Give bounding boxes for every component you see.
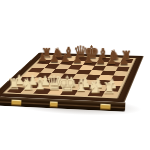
brass-hinge-right: [100, 104, 110, 110]
brass-clasp: [50, 101, 58, 107]
white-rook-icon: ♜: [7, 77, 20, 92]
white-knight-icon: ♞: [88, 79, 103, 95]
black-pawn-icon: ♟: [95, 54, 105, 65]
square-g7: [106, 62, 120, 67]
brass-hinge-left: [11, 100, 21, 106]
chess-board: ♜♞♝♛♚♝♞♜♟♟♟♟♟♟♟♟♟♟♟♟♟♟♟♟♜♞♝♛♚♝♞♜: [0, 52, 144, 102]
scene: ♜♞♝♛♚♝♞♜♟♟♟♟♟♟♟♟♟♟♟♟♟♟♟♟♜♞♝♛♚♝♞♜: [0, 0, 150, 150]
black-pawn-icon: ♟: [84, 54, 94, 65]
white-rook-icon: ♜: [102, 81, 116, 96]
black-pawn-icon: ♟: [38, 52, 48, 63]
black-pawn-icon: ♟: [49, 52, 59, 63]
black-pawn-icon: ♟: [119, 55, 129, 66]
chess-set-product-photo: ♜♞♝♛♚♝♞♜♟♟♟♟♟♟♟♟♟♟♟♟♟♟♟♟♜♞♝♛♚♝♞♜: [0, 0, 150, 150]
